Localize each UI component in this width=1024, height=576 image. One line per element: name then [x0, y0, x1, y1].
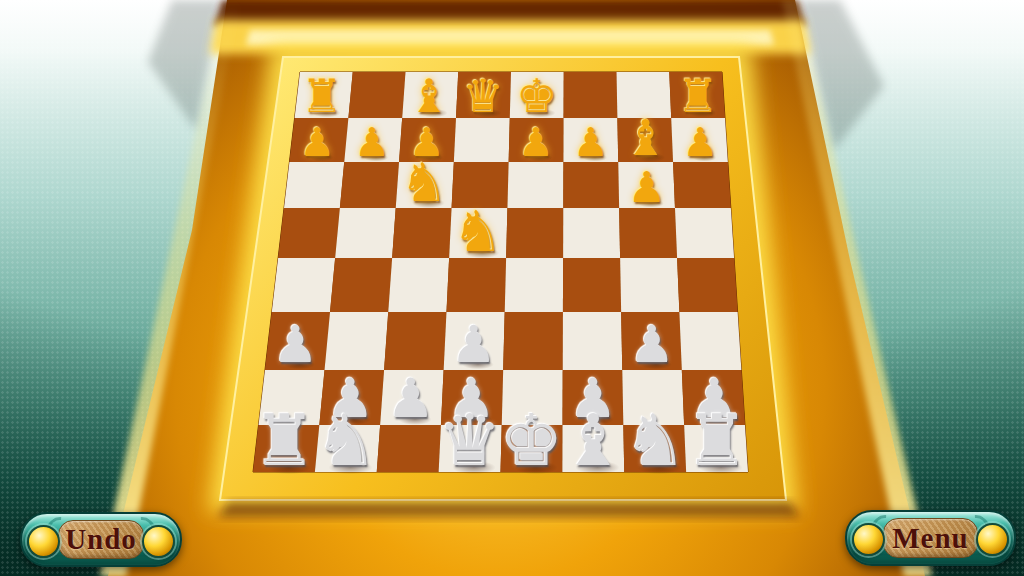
- piece-black-rook-h8[interactable]: ♜: [663, 73, 732, 119]
- game-screen: ♜♝♛♚♜♟♟♟♟♟♝♟♞♟♞♟♟♟♟♟♟♟♟♜♞♛♚♝♞♜ Undo Menu: [0, 0, 1024, 576]
- piece-black-pawn-a7[interactable]: ♟: [288, 123, 348, 163]
- piece-white-knight-b1[interactable]: ♞: [293, 405, 400, 476]
- piece-black-rook-a8[interactable]: ♜: [287, 73, 356, 119]
- piece-white-pawn-d3[interactable]: ♟: [435, 319, 512, 370]
- piece-white-pawn-a3[interactable]: ♟: [257, 319, 334, 370]
- piece-black-pawn-g6[interactable]: ♟: [615, 166, 679, 209]
- undo-button[interactable]: Undo: [20, 512, 182, 567]
- undo-label: Undo: [22, 514, 180, 565]
- piece-white-pawn-g3[interactable]: ♟: [613, 319, 690, 370]
- menu-button[interactable]: Menu: [845, 510, 1016, 566]
- piece-black-king-e8[interactable]: ♚: [502, 73, 571, 119]
- piece-black-knight-d5[interactable]: ♞: [435, 203, 520, 260]
- piece-black-pawn-e7[interactable]: ♟: [506, 123, 566, 163]
- piece-white-rook-h1[interactable]: ♜: [663, 405, 770, 476]
- pieces-layer: ♜♝♛♚♜♟♟♟♟♟♝♟♞♟♞♟♟♟♟♟♟♟♟♜♞♛♚♝♞♜: [0, 0, 1024, 576]
- piece-black-pawn-h7[interactable]: ♟: [670, 123, 730, 163]
- menu-label: Menu: [847, 512, 1014, 564]
